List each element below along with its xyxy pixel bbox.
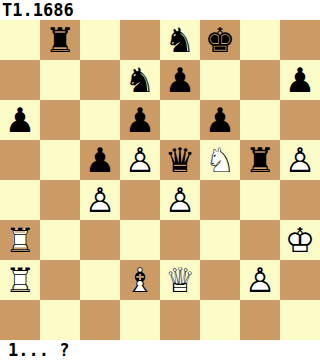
square-d4[interactable] [120, 180, 160, 220]
square-e8[interactable]: ♞ [160, 20, 200, 60]
piece-e2-white-queen[interactable]: ♛♕ [160, 260, 200, 300]
square-e4[interactable]: ♟♙ [160, 180, 200, 220]
square-h6[interactable] [280, 100, 320, 140]
square-c1[interactable] [80, 300, 120, 340]
square-c3[interactable] [80, 220, 120, 260]
piece-f5-white-knight[interactable]: ♞♘ [200, 140, 240, 180]
square-a1[interactable] [0, 300, 40, 340]
square-g2[interactable]: ♟♙ [240, 260, 280, 300]
square-d7[interactable]: ♞ [120, 60, 160, 100]
piece-e5-black-queen[interactable]: ♛ [160, 140, 200, 180]
piece-e4-white-pawn[interactable]: ♟♙ [160, 180, 200, 220]
square-a6[interactable]: ♟ [0, 100, 40, 140]
square-a4[interactable] [0, 180, 40, 220]
move-prompt-label: 1... ? [0, 340, 320, 360]
square-b7[interactable] [40, 60, 80, 100]
square-f3[interactable] [200, 220, 240, 260]
square-b3[interactable] [40, 220, 80, 260]
square-e2[interactable]: ♛♕ [160, 260, 200, 300]
piece-c5-black-pawn[interactable]: ♟ [80, 140, 120, 180]
square-d6[interactable]: ♟ [120, 100, 160, 140]
piece-d5-white-pawn[interactable]: ♟♙ [120, 140, 160, 180]
square-a2[interactable]: ♜♖ [0, 260, 40, 300]
square-f6[interactable]: ♟ [200, 100, 240, 140]
square-g7[interactable] [240, 60, 280, 100]
square-b4[interactable] [40, 180, 80, 220]
square-c5[interactable]: ♟ [80, 140, 120, 180]
square-f2[interactable] [200, 260, 240, 300]
white-pawn-glyph: ♙ [80, 180, 120, 220]
square-f8[interactable]: ♚ [200, 20, 240, 60]
square-d2[interactable]: ♝♗ [120, 260, 160, 300]
white-pawn-glyph: ♙ [240, 260, 280, 300]
white-rook-glyph: ♖ [0, 260, 40, 300]
piece-a3-white-rook[interactable]: ♜♖ [0, 220, 40, 260]
square-c4[interactable]: ♟♙ [80, 180, 120, 220]
piece-h5-white-pawn[interactable]: ♟♙ [280, 140, 320, 180]
square-c8[interactable] [80, 20, 120, 60]
square-h4[interactable] [280, 180, 320, 220]
piece-f8-black-king[interactable]: ♚ [200, 20, 240, 60]
square-c6[interactable] [80, 100, 120, 140]
piece-b8-black-rook[interactable]: ♜ [40, 20, 80, 60]
white-pawn-glyph: ♙ [280, 140, 320, 180]
square-f7[interactable] [200, 60, 240, 100]
square-b8[interactable]: ♜ [40, 20, 80, 60]
square-e6[interactable] [160, 100, 200, 140]
square-d8[interactable] [120, 20, 160, 60]
square-h1[interactable] [280, 300, 320, 340]
piece-a6-black-pawn[interactable]: ♟ [0, 100, 40, 140]
chess-diagram-window: T1.1686 ♜♞♚♞♟♟♟♟♟♟♟♙♛♞♘♜♟♙♟♙♟♙♜♖♚♔♜♖♝♗♛♕… [0, 0, 320, 360]
piece-d7-black-knight[interactable]: ♞ [120, 60, 160, 100]
square-g4[interactable] [240, 180, 280, 220]
square-c2[interactable] [80, 260, 120, 300]
square-a8[interactable] [0, 20, 40, 60]
square-e1[interactable] [160, 300, 200, 340]
piece-g2-white-pawn[interactable]: ♟♙ [240, 260, 280, 300]
square-h2[interactable] [280, 260, 320, 300]
piece-c4-white-pawn[interactable]: ♟♙ [80, 180, 120, 220]
square-f1[interactable] [200, 300, 240, 340]
chess-board: ♜♞♚♞♟♟♟♟♟♟♟♙♛♞♘♜♟♙♟♙♟♙♜♖♚♔♜♖♝♗♛♕♟♙ [0, 20, 320, 340]
piece-h3-white-king[interactable]: ♚♔ [280, 220, 320, 260]
white-queen-glyph: ♕ [160, 260, 200, 300]
square-h7[interactable]: ♟ [280, 60, 320, 100]
square-a5[interactable] [0, 140, 40, 180]
square-b6[interactable] [40, 100, 80, 140]
square-b1[interactable] [40, 300, 80, 340]
square-e5[interactable]: ♛ [160, 140, 200, 180]
piece-h7-black-pawn[interactable]: ♟ [280, 60, 320, 100]
white-pawn-glyph: ♙ [120, 140, 160, 180]
piece-d6-black-pawn[interactable]: ♟ [120, 100, 160, 140]
piece-d2-white-bishop[interactable]: ♝♗ [120, 260, 160, 300]
piece-f6-black-pawn[interactable]: ♟ [200, 100, 240, 140]
white-knight-glyph: ♘ [200, 140, 240, 180]
piece-g5-black-rook[interactable]: ♜ [240, 140, 280, 180]
square-h5[interactable]: ♟♙ [280, 140, 320, 180]
white-rook-glyph: ♖ [0, 220, 40, 260]
square-e7[interactable]: ♟ [160, 60, 200, 100]
square-a7[interactable] [0, 60, 40, 100]
square-a3[interactable]: ♜♖ [0, 220, 40, 260]
white-king-glyph: ♔ [280, 220, 320, 260]
square-g3[interactable] [240, 220, 280, 260]
white-pawn-glyph: ♙ [160, 180, 200, 220]
piece-e8-black-knight[interactable]: ♞ [160, 20, 200, 60]
square-h8[interactable] [280, 20, 320, 60]
square-d1[interactable] [120, 300, 160, 340]
square-g6[interactable] [240, 100, 280, 140]
piece-a2-white-rook[interactable]: ♜♖ [0, 260, 40, 300]
square-h3[interactable]: ♚♔ [280, 220, 320, 260]
square-d3[interactable] [120, 220, 160, 260]
piece-e7-black-pawn[interactable]: ♟ [160, 60, 200, 100]
square-g8[interactable] [240, 20, 280, 60]
square-g5[interactable]: ♜ [240, 140, 280, 180]
puzzle-id-label: T1.1686 [0, 0, 320, 20]
square-g1[interactable] [240, 300, 280, 340]
square-b2[interactable] [40, 260, 80, 300]
white-bishop-glyph: ♗ [120, 260, 160, 300]
square-b5[interactable] [40, 140, 80, 180]
square-c7[interactable] [80, 60, 120, 100]
square-e3[interactable] [160, 220, 200, 260]
square-f5[interactable]: ♞♘ [200, 140, 240, 180]
square-d5[interactable]: ♟♙ [120, 140, 160, 180]
square-f4[interactable] [200, 180, 240, 220]
